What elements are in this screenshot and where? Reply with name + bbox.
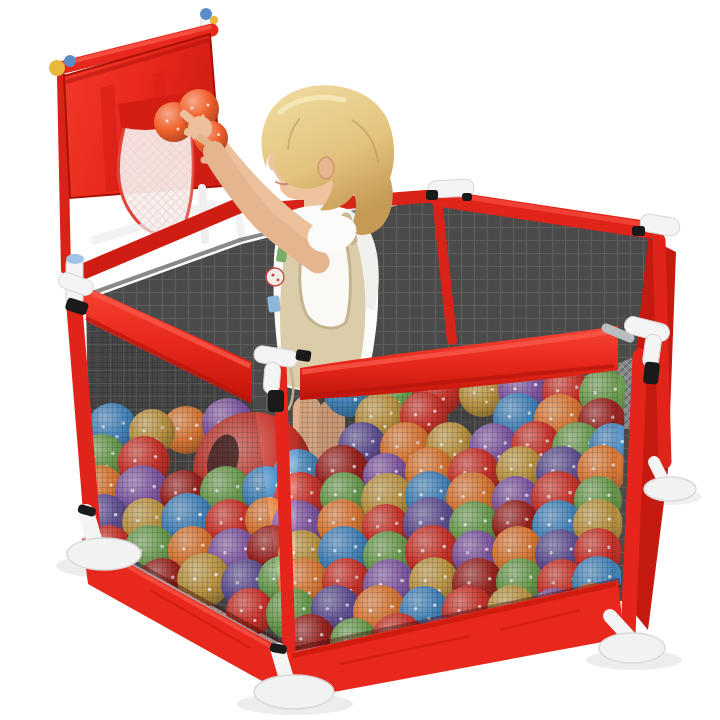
product-photo-canvas [0, 0, 720, 720]
foot-tube [654, 462, 662, 478]
clamp-black [268, 390, 284, 412]
lightblue-ring [66, 254, 84, 264]
overalls-blue-patch [267, 295, 281, 312]
center-elbow-leg [263, 361, 281, 394]
clamp-black [426, 190, 438, 200]
foot-dome [599, 633, 665, 663]
badge-dot [271, 273, 274, 276]
badge-dot [277, 279, 280, 282]
clamp-black [462, 193, 472, 201]
child-ear [318, 157, 334, 179]
playpen-scene [0, 0, 720, 720]
ball-speckle [166, 120, 169, 123]
ball-speckle [217, 133, 220, 136]
blue-ring-connector [64, 55, 76, 67]
clamp-black [643, 361, 660, 384]
overalls-badge [266, 268, 284, 286]
foot-dome [254, 675, 334, 709]
foot-dome [644, 477, 696, 501]
ball-speckle [191, 107, 194, 110]
ball-speckle [177, 128, 180, 131]
yellow-cap-connector [210, 16, 218, 24]
yellow-ball-connector [49, 60, 65, 76]
blue-cap-connector [200, 8, 212, 20]
clamp-black [632, 226, 645, 236]
ball-speckle [207, 104, 210, 107]
ball-speckle [621, 440, 624, 443]
foot-dome [67, 538, 141, 570]
